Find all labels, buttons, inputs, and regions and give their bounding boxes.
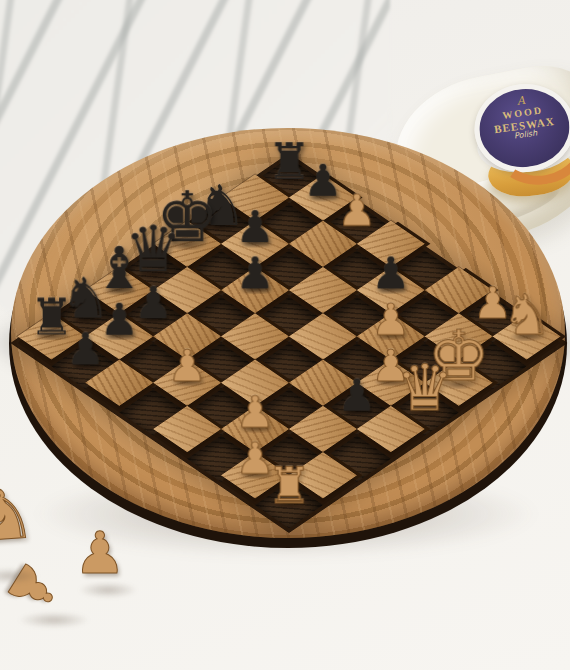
captured-piece-shadow [18,612,90,628]
piece-wQ-e1[interactable]: ♛ [396,356,453,420]
piece-bP-a7[interactable]: ♟ [66,327,105,371]
piece-wP-f3[interactable]: ♟ [371,298,410,342]
piece-wR-a1[interactable]: ♜ [267,461,312,511]
piece-wP-b5[interactable]: ♟ [167,344,206,388]
piece-wP-b3[interactable]: ♟ [235,390,274,434]
piece-bP-g4[interactable]: ♟ [371,251,410,295]
scene: A WOOD BEESWAX Polish ♜♞♝♛♚♞♜♟♟♟♟♟♟♟♟♟♟♟… [0,0,570,670]
piece-bP-b7[interactable]: ♟ [100,298,139,342]
captured-piece-shadow [78,582,138,598]
captured-piece-wN[interactable]: ♞ [0,480,37,552]
piece-bP-d2[interactable]: ♟ [337,374,376,418]
piece-wP-h6[interactable]: ♟ [337,189,376,233]
captured-piece-wP[interactable]: ♟ [74,524,126,582]
piece-wN-h1[interactable]: ♞ [501,287,551,343]
piece-bP-e6[interactable]: ♟ [235,251,274,295]
piece-bP-f7[interactable]: ♟ [235,205,274,249]
piece-bP-c7[interactable]: ♟ [134,281,173,325]
